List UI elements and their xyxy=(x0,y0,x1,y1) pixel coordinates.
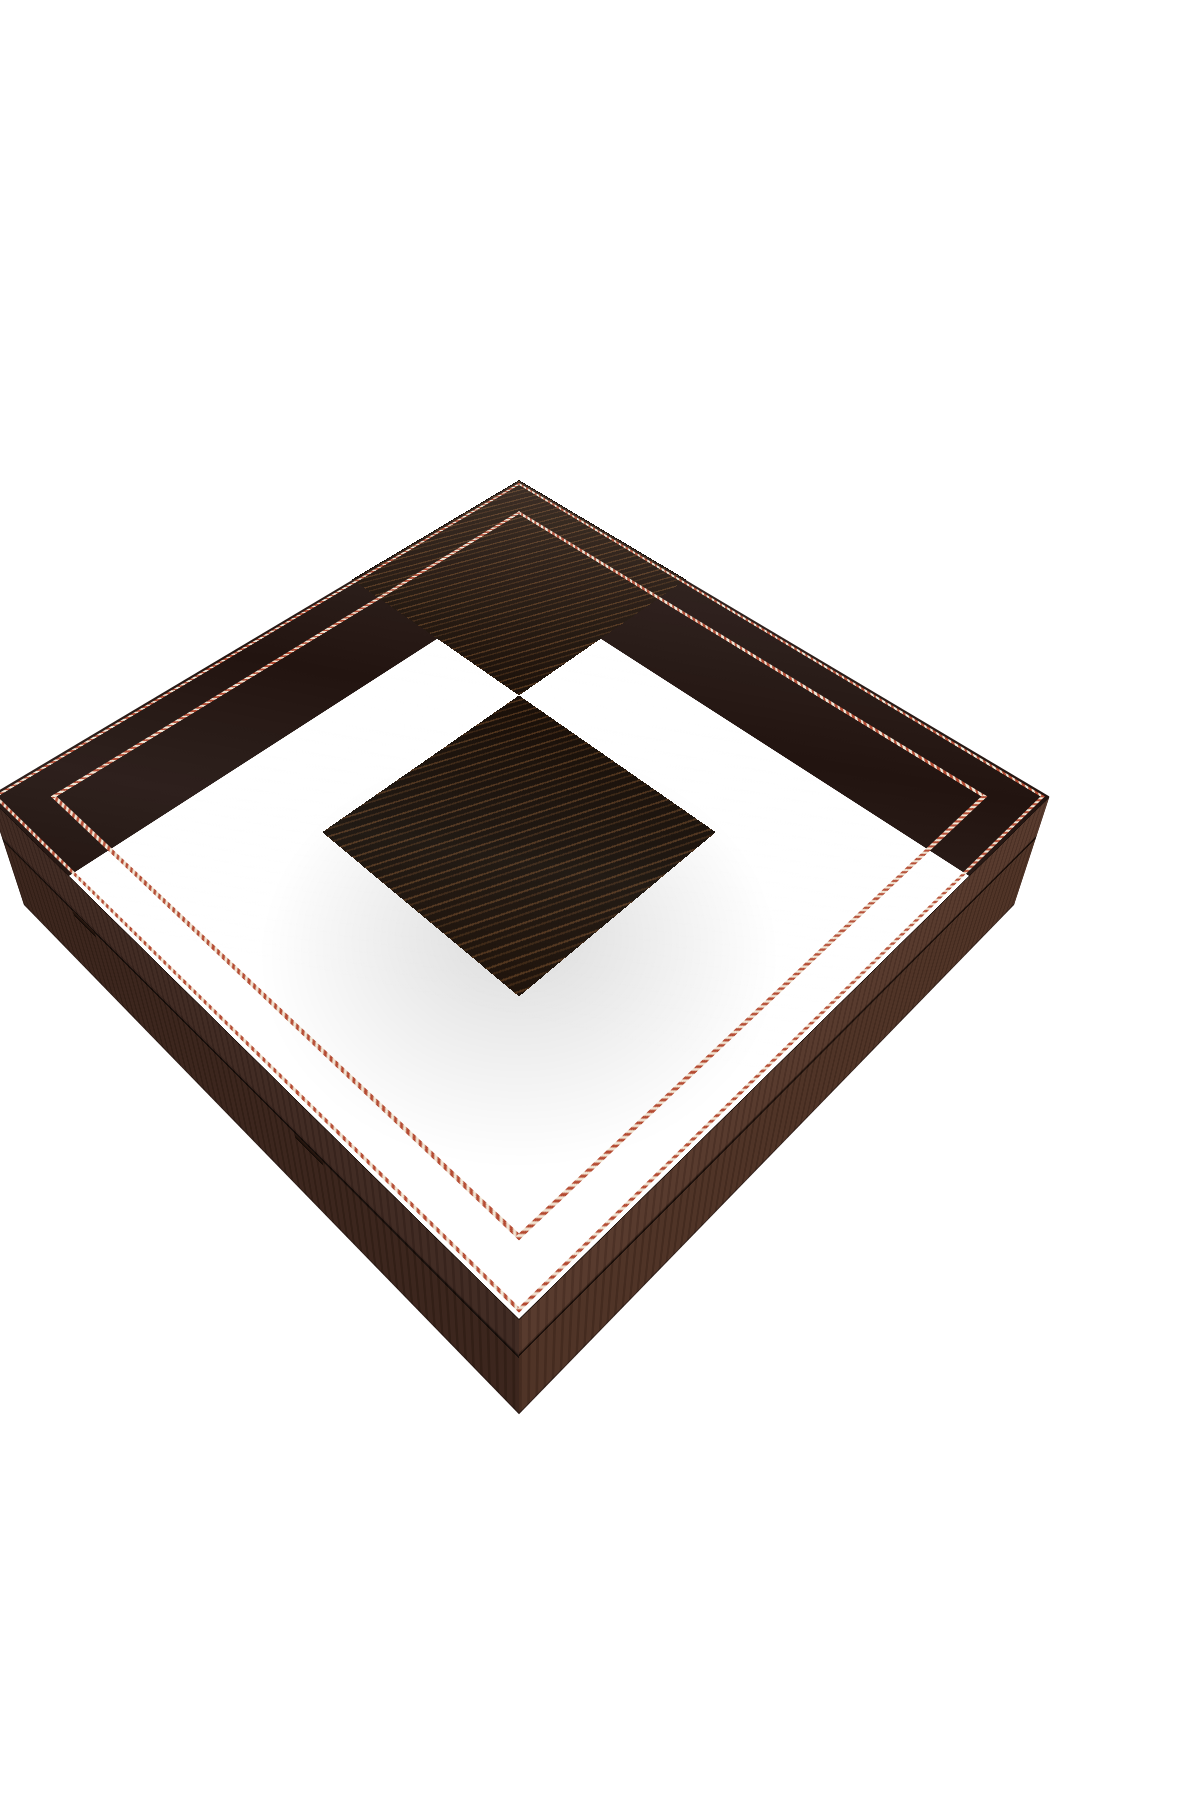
hinge-icon xyxy=(294,1133,323,1167)
board-field xyxy=(58,515,980,1231)
hinge-icon xyxy=(72,910,96,938)
photo-canvas xyxy=(0,0,1200,1800)
board-surface xyxy=(0,481,1049,1319)
scene-perspective xyxy=(0,0,1200,1800)
